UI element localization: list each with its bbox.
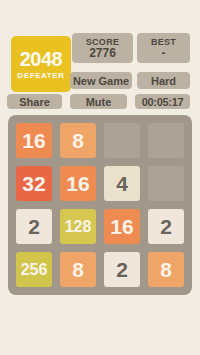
tile-8: 8 [60, 123, 96, 158]
tile-2: 2 [148, 209, 184, 244]
tile-128: 128 [60, 209, 96, 244]
app-logo-number: 2048 [20, 49, 63, 69]
score-value: 2776 [89, 47, 116, 60]
new-game-button[interactable]: New Game [70, 72, 132, 89]
tile-256: 256 [16, 252, 52, 287]
board[interactable]: 168321642128162256828 [8, 115, 192, 295]
app-logo-subtitle: DEFEATER [17, 71, 64, 80]
tile-2: 2 [16, 209, 52, 244]
tile-32: 32 [16, 166, 52, 201]
share-button[interactable]: Share [7, 94, 62, 109]
tile-8: 8 [60, 252, 96, 287]
tile-2: 2 [104, 252, 140, 287]
empty-cell [148, 166, 184, 201]
best-label: BEST [151, 37, 176, 47]
tile-4: 4 [104, 166, 140, 201]
timer-display: 00:05:17 [135, 94, 190, 109]
empty-cell [148, 123, 184, 158]
app-logo: 2048 DEFEATER [11, 36, 71, 92]
tile-8: 8 [148, 252, 184, 287]
mute-button[interactable]: Mute [70, 94, 127, 109]
empty-cell [104, 123, 140, 158]
score-box: SCORE 2776 [72, 33, 133, 63]
tile-16: 16 [104, 209, 140, 244]
score-label: SCORE [86, 37, 120, 47]
difficulty-button[interactable]: Hard [137, 72, 190, 89]
tile-16: 16 [16, 123, 52, 158]
tile-16: 16 [60, 166, 96, 201]
best-box: BEST - [137, 33, 190, 63]
best-value: - [162, 47, 166, 60]
